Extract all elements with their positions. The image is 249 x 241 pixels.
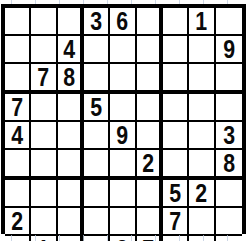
sudoku-page: 361497875493285227137 — [0, 0, 249, 241]
cell-r8c2[interactable] — [31, 208, 57, 236]
cell-r6c7[interactable] — [163, 150, 189, 180]
cell-r3c4[interactable] — [84, 64, 110, 94]
cell-r4c9[interactable] — [216, 94, 242, 122]
cell-r1c8[interactable]: 1 — [189, 8, 215, 36]
cell-r8c1[interactable]: 2 — [5, 208, 31, 236]
given-digit: 9 — [223, 36, 235, 62]
cell-r6c4[interactable] — [84, 150, 110, 180]
cell-r5c2[interactable] — [31, 122, 57, 150]
cell-r8c7[interactable]: 7 — [163, 208, 189, 236]
cell-r2c4[interactable] — [84, 36, 110, 64]
given-digit: 5 — [169, 180, 181, 206]
cell-r4c8[interactable] — [189, 94, 215, 122]
cell-r4c3[interactable] — [58, 94, 84, 122]
cell-r5c8[interactable] — [189, 122, 215, 150]
given-digit: 7 — [169, 208, 181, 234]
cell-r7c3[interactable] — [58, 180, 84, 208]
cell-r1c2[interactable] — [31, 8, 57, 36]
cell-r5c4[interactable] — [84, 122, 110, 150]
given-digit: 3 — [90, 8, 102, 34]
cell-r8c9[interactable] — [216, 208, 242, 236]
given-digit: 4 — [11, 122, 23, 148]
cell-r6c6[interactable]: 2 — [137, 150, 163, 180]
cell-r4c4[interactable]: 5 — [84, 94, 110, 122]
cell-r3c2[interactable]: 7 — [31, 64, 57, 94]
given-digit: 8 — [223, 150, 235, 176]
given-digit: 8 — [63, 64, 75, 90]
cell-r3c6[interactable] — [137, 64, 163, 94]
cell-r7c1[interactable] — [5, 180, 31, 208]
cell-r3c1[interactable] — [5, 64, 31, 94]
cell-r1c6[interactable] — [137, 8, 163, 36]
cell-r5c5[interactable]: 9 — [110, 122, 136, 150]
cell-r1c3[interactable] — [58, 8, 84, 36]
given-digit: 6 — [117, 8, 129, 34]
spreadsheet-gridline-ticks-bottom — [0, 235, 249, 241]
cell-r2c5[interactable] — [110, 36, 136, 64]
cell-r3c7[interactable] — [163, 64, 189, 94]
given-digit: 2 — [11, 208, 23, 234]
given-digit: 2 — [142, 150, 154, 176]
sudoku-board: 361497875493285227137 — [1, 4, 246, 234]
cell-r6c3[interactable] — [58, 150, 84, 180]
cell-r5c1[interactable]: 4 — [5, 122, 31, 150]
cell-r3c3[interactable]: 8 — [58, 64, 84, 94]
cell-r4c5[interactable] — [110, 94, 136, 122]
cell-r5c9[interactable]: 3 — [216, 122, 242, 150]
cell-r8c4[interactable] — [84, 208, 110, 236]
cell-r3c5[interactable] — [110, 64, 136, 94]
cell-r6c5[interactable] — [110, 150, 136, 180]
cell-r4c6[interactable] — [137, 94, 163, 122]
given-digit: 5 — [90, 94, 102, 120]
given-digit: 7 — [11, 94, 23, 120]
cell-r3c8[interactable] — [189, 64, 215, 94]
cell-r6c2[interactable] — [31, 150, 57, 180]
cell-r6c1[interactable] — [5, 150, 31, 180]
cell-r2c7[interactable] — [163, 36, 189, 64]
cell-r2c8[interactable] — [189, 36, 215, 64]
cell-r5c7[interactable] — [163, 122, 189, 150]
given-digit: 2 — [196, 180, 208, 206]
given-digit: 3 — [223, 122, 235, 148]
cell-r6c9[interactable]: 8 — [216, 150, 242, 180]
cell-r6c8[interactable] — [189, 150, 215, 180]
cell-r4c1[interactable]: 7 — [5, 94, 31, 122]
cell-r2c6[interactable] — [137, 36, 163, 64]
cell-r2c2[interactable] — [31, 36, 57, 64]
cell-r7c6[interactable] — [137, 180, 163, 208]
cell-r2c1[interactable] — [5, 36, 31, 64]
cell-r7c9[interactable] — [216, 180, 242, 208]
given-digit: 7 — [38, 64, 50, 90]
cell-r3c9[interactable] — [216, 64, 242, 94]
cell-r5c6[interactable] — [137, 122, 163, 150]
cell-r7c4[interactable] — [84, 180, 110, 208]
cell-r8c5[interactable] — [110, 208, 136, 236]
cell-r2c9[interactable]: 9 — [216, 36, 242, 64]
cell-r7c8[interactable]: 2 — [189, 180, 215, 208]
given-digit: 4 — [63, 36, 75, 62]
cell-r8c3[interactable] — [58, 208, 84, 236]
cell-r7c2[interactable] — [31, 180, 57, 208]
cell-r7c5[interactable] — [110, 180, 136, 208]
cell-r8c6[interactable] — [137, 208, 163, 236]
cell-r1c7[interactable] — [163, 8, 189, 36]
cell-r4c2[interactable] — [31, 94, 57, 122]
cell-r2c3[interactable]: 4 — [58, 36, 84, 64]
cell-r1c9[interactable] — [216, 8, 242, 36]
cell-r1c4[interactable]: 3 — [84, 8, 110, 36]
cell-r7c7[interactable]: 5 — [163, 180, 189, 208]
cell-r4c7[interactable] — [163, 94, 189, 122]
cell-r8c8[interactable] — [189, 208, 215, 236]
given-digit: 9 — [117, 122, 129, 148]
given-digit: 1 — [196, 8, 208, 34]
cell-r1c5[interactable]: 6 — [110, 8, 136, 36]
cell-r1c1[interactable] — [5, 8, 31, 36]
cell-r5c3[interactable] — [58, 122, 84, 150]
